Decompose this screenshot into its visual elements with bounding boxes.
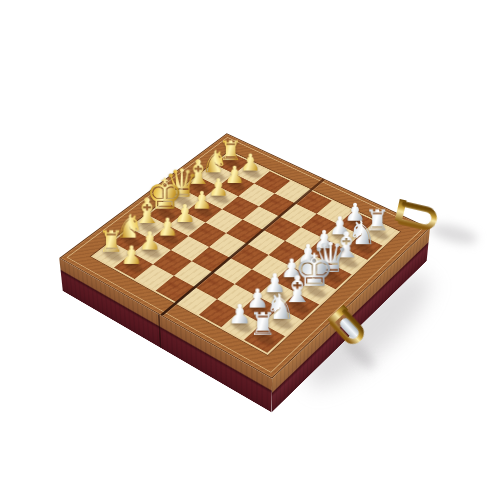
board-top: ♜♟♟♜♞♟♟♞♝♟♟♝♛♟♟♛♚♟♟♚♝♟♟♝♞♟♟♞♜♟♟♜	[59, 133, 430, 378]
gold-pawn-glyph: ♟	[107, 242, 156, 268]
chess-board-3d: ♜♟♟♜♞♟♟♞♝♟♟♝♛♟♟♛♚♟♟♚♝♟♟♝♞♟♟♞♜♟♟♜	[59, 133, 430, 378]
silver-rook-glyph: ♜	[237, 308, 289, 339]
product-photo-stage: ♜♟♟♜♞♟♟♞♝♟♟♝♛♟♟♛♚♟♟♚♝♟♟♝♞♟♟♞♜♟♟♜	[0, 0, 500, 500]
scene-3d: ♜♟♟♜♞♟♟♞♝♟♟♝♛♟♟♛♚♟♟♚♝♟♟♝♞♟♟♞♜♟♟♜	[0, 0, 500, 500]
